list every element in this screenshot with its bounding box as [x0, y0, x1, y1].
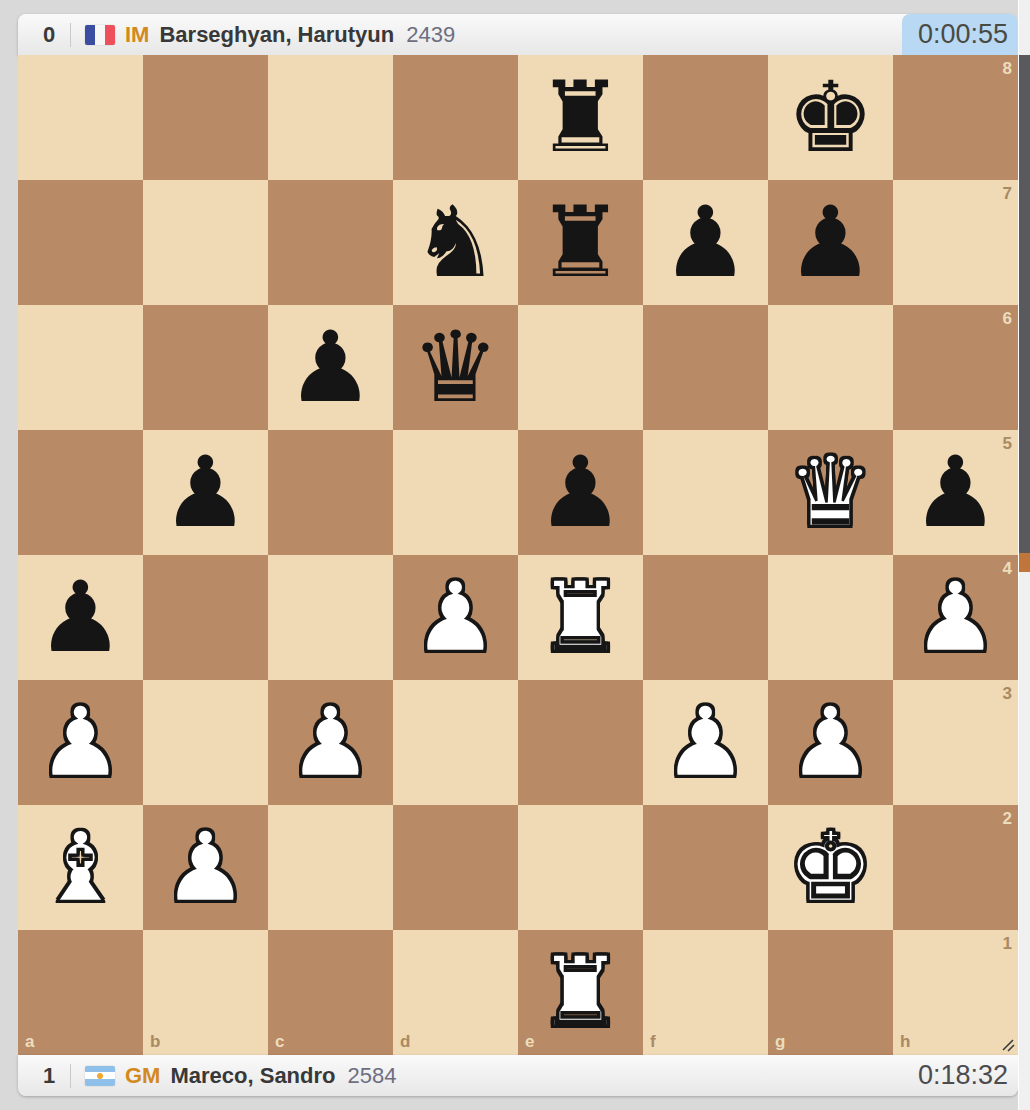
square-b4[interactable] — [143, 555, 268, 680]
square-a7[interactable] — [18, 180, 143, 305]
square-b2[interactable]: ♟ — [143, 805, 268, 930]
square-f5[interactable] — [643, 430, 768, 555]
square-a8[interactable] — [18, 55, 143, 180]
player-bottom-name: Mareco, Sandro — [170, 1063, 335, 1089]
square-f6[interactable] — [643, 305, 768, 430]
white-pawn[interactable]: ♟ — [268, 680, 393, 805]
square-f2[interactable] — [643, 805, 768, 930]
black-pawn[interactable]: ♟ — [768, 180, 893, 305]
scrollbar-thumb[interactable] — [1019, 55, 1030, 553]
white-rook[interactable]: ♜ — [518, 930, 643, 1055]
square-e6[interactable] — [518, 305, 643, 430]
square-h6[interactable]: 6 — [893, 305, 1018, 430]
square-a5[interactable] — [18, 430, 143, 555]
rank-label-8: 8 — [1003, 59, 1012, 79]
argentina-flag-icon — [85, 1066, 115, 1086]
white-rook[interactable]: ♜ — [518, 555, 643, 680]
france-flag-icon — [85, 25, 115, 45]
black-pawn[interactable]: ♟ — [518, 430, 643, 555]
black-rook[interactable]: ♜ — [518, 55, 643, 180]
square-g7[interactable]: ♟ — [768, 180, 893, 305]
square-a1[interactable]: a — [18, 930, 143, 1055]
rank-label-3: 3 — [1003, 684, 1012, 704]
square-d2[interactable] — [393, 805, 518, 930]
white-pawn[interactable]: ♟ — [893, 555, 1018, 680]
square-a3[interactable]: ♟ — [18, 680, 143, 805]
white-pawn[interactable]: ♟ — [643, 680, 768, 805]
white-pawn[interactable]: ♟ — [143, 805, 268, 930]
square-d4[interactable]: ♟ — [393, 555, 518, 680]
square-h5[interactable]: ♟5 — [893, 430, 1018, 555]
player-bottom-rating: 2584 — [348, 1063, 397, 1089]
black-queen[interactable]: ♛ — [393, 305, 518, 430]
white-bishop[interactable]: ♝ — [18, 805, 143, 930]
square-h4[interactable]: ♟4 — [893, 555, 1018, 680]
black-pawn[interactable]: ♟ — [643, 180, 768, 305]
square-g1[interactable]: g — [768, 930, 893, 1055]
square-f1[interactable]: f — [643, 930, 768, 1055]
vertical-scrollbar[interactable] — [1018, 0, 1030, 1110]
black-pawn[interactable]: ♟ — [143, 430, 268, 555]
square-f4[interactable] — [643, 555, 768, 680]
square-b1[interactable]: b — [143, 930, 268, 1055]
rank-label-4: 4 — [1003, 559, 1012, 579]
black-knight[interactable]: ♞ — [393, 180, 518, 305]
chess-board: ♜♚8♞♜♟♟7♟♛6♟♟♛♟5♟♟♜♟4♟♟♟♟3♝♟♚2abcd♜efg1h — [18, 55, 1018, 1055]
square-d6[interactable]: ♛ — [393, 305, 518, 430]
square-e1[interactable]: ♜e — [518, 930, 643, 1055]
white-pawn[interactable]: ♟ — [768, 680, 893, 805]
square-c2[interactable] — [268, 805, 393, 930]
square-e8[interactable]: ♜ — [518, 55, 643, 180]
square-b3[interactable] — [143, 680, 268, 805]
black-rook[interactable]: ♜ — [518, 180, 643, 305]
bar-divider — [70, 1064, 71, 1088]
white-pawn[interactable]: ♟ — [393, 555, 518, 680]
square-a4[interactable]: ♟ — [18, 555, 143, 680]
file-label-b: b — [150, 1032, 160, 1052]
square-c5[interactable] — [268, 430, 393, 555]
square-g4[interactable] — [768, 555, 893, 680]
white-king[interactable]: ♚ — [768, 805, 893, 930]
square-g8[interactable]: ♚ — [768, 55, 893, 180]
square-b6[interactable] — [143, 305, 268, 430]
black-pawn[interactable]: ♟ — [268, 305, 393, 430]
square-c4[interactable] — [268, 555, 393, 680]
square-g2[interactable]: ♚ — [768, 805, 893, 930]
player-top-rating: 2439 — [406, 22, 455, 48]
player-top-bar: 0 IM Barseghyan, Harutyun 2439 0:00:55 — [18, 14, 1018, 55]
square-g3[interactable]: ♟ — [768, 680, 893, 805]
bar-divider — [70, 23, 71, 47]
player-top-score: 0 — [40, 22, 58, 48]
file-label-a: a — [25, 1032, 34, 1052]
square-d5[interactable] — [393, 430, 518, 555]
square-b5[interactable]: ♟ — [143, 430, 268, 555]
square-a2[interactable]: ♝ — [18, 805, 143, 930]
white-queen[interactable]: ♛ — [768, 430, 893, 555]
square-c8[interactable] — [268, 55, 393, 180]
player-bottom-bar: 1 GM Mareco, Sandro 2584 0:18:32 — [18, 1055, 1018, 1096]
square-g5[interactable]: ♛ — [768, 430, 893, 555]
square-b7[interactable] — [143, 180, 268, 305]
file-label-d: d — [400, 1032, 410, 1052]
file-label-c: c — [275, 1032, 284, 1052]
square-d7[interactable]: ♞ — [393, 180, 518, 305]
player-top-name: Barseghyan, Harutyun — [159, 22, 394, 48]
square-d3[interactable] — [393, 680, 518, 805]
square-d8[interactable] — [393, 55, 518, 180]
player-bottom-clock: 0:18:32 — [902, 1055, 1018, 1096]
rank-label-5: 5 — [1003, 434, 1012, 454]
scrollbar-marker — [1019, 553, 1030, 572]
resize-handle-icon[interactable] — [1000, 1037, 1016, 1053]
square-e2[interactable] — [518, 805, 643, 930]
square-f3[interactable]: ♟ — [643, 680, 768, 805]
rank-label-6: 6 — [1003, 309, 1012, 329]
player-top-title: IM — [125, 22, 149, 48]
player-bottom-score: 1 — [40, 1063, 58, 1089]
square-h8[interactable]: 8 — [893, 55, 1018, 180]
square-e3[interactable] — [518, 680, 643, 805]
player-top-clock: 0:00:55 — [902, 14, 1018, 55]
square-b8[interactable] — [143, 55, 268, 180]
square-c7[interactable] — [268, 180, 393, 305]
square-e4[interactable]: ♜ — [518, 555, 643, 680]
file-label-g: g — [775, 1032, 785, 1052]
square-a6[interactable] — [18, 305, 143, 430]
square-d1[interactable]: d — [393, 930, 518, 1055]
square-g6[interactable] — [768, 305, 893, 430]
player-bottom-title: GM — [125, 1063, 160, 1089]
square-h2[interactable]: 2 — [893, 805, 1018, 930]
square-h7[interactable]: 7 — [893, 180, 1018, 305]
file-label-e: e — [525, 1032, 534, 1052]
file-label-f: f — [650, 1032, 656, 1052]
rank-label-2: 2 — [1003, 809, 1012, 829]
black-pawn[interactable]: ♟ — [893, 430, 1018, 555]
white-pawn[interactable]: ♟ — [18, 680, 143, 805]
square-e5[interactable]: ♟ — [518, 430, 643, 555]
rank-label-1: 1 — [1003, 934, 1012, 954]
square-f7[interactable]: ♟ — [643, 180, 768, 305]
square-c1[interactable]: c — [268, 930, 393, 1055]
game-panel: 0 IM Barseghyan, Harutyun 2439 0:00:55 ♜… — [18, 14, 1018, 1096]
square-f8[interactable] — [643, 55, 768, 180]
square-e7[interactable]: ♜ — [518, 180, 643, 305]
square-h3[interactable]: 3 — [893, 680, 1018, 805]
rank-label-7: 7 — [1003, 184, 1012, 204]
square-c6[interactable]: ♟ — [268, 305, 393, 430]
square-c3[interactable]: ♟ — [268, 680, 393, 805]
file-label-h: h — [900, 1032, 910, 1052]
black-king[interactable]: ♚ — [768, 55, 893, 180]
black-pawn[interactable]: ♟ — [18, 555, 143, 680]
